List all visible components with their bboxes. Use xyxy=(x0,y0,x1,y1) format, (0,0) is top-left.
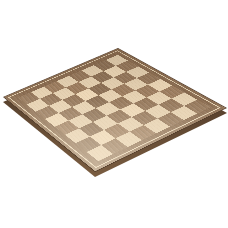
chessboard xyxy=(3,48,227,172)
chessboard-product-photo xyxy=(0,0,228,228)
board-grid xyxy=(18,55,211,161)
